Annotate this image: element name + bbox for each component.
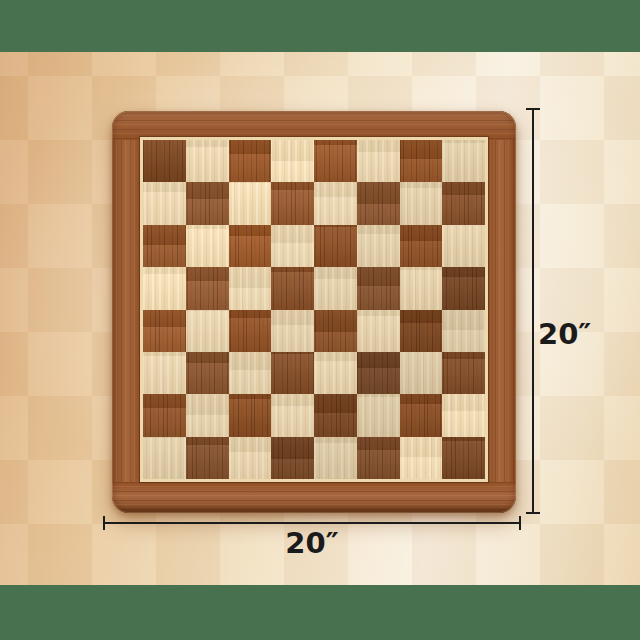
- square-r5c1: [143, 310, 186, 352]
- square-r5c4: [271, 310, 314, 352]
- square-r7c4: [271, 394, 314, 436]
- square-r8c2: [186, 437, 229, 479]
- board-frame-bottom: [112, 482, 516, 513]
- square-r7c3: [229, 394, 272, 436]
- board-fillet-border: [140, 137, 488, 482]
- square-r4c8: [442, 267, 485, 309]
- square-r7c5: [314, 394, 357, 436]
- square-r5c7: [400, 310, 443, 352]
- square-r1c2: [186, 140, 229, 182]
- square-r3c3: [229, 225, 272, 267]
- square-r6c2: [186, 352, 229, 394]
- square-r6c6: [357, 352, 400, 394]
- square-r6c1: [143, 352, 186, 394]
- square-r4c3: [229, 267, 272, 309]
- square-r5c8: [442, 310, 485, 352]
- board-frame-left: [112, 111, 143, 513]
- board-frame-top: [112, 111, 516, 140]
- square-r3c5: [314, 225, 357, 267]
- height-dimension-label: 20″: [538, 320, 591, 349]
- square-r6c4: [271, 352, 314, 394]
- square-r7c6: [357, 394, 400, 436]
- square-r2c4: [271, 182, 314, 224]
- board-frame-right: [486, 111, 516, 513]
- square-r5c6: [357, 310, 400, 352]
- square-r8c8: [442, 437, 485, 479]
- square-r2c1: [143, 182, 186, 224]
- square-r3c4: [271, 225, 314, 267]
- square-r4c4: [271, 267, 314, 309]
- square-r1c6: [357, 140, 400, 182]
- square-r1c3: [229, 140, 272, 182]
- square-r1c1: [143, 140, 186, 182]
- letterbox-top: [0, 0, 640, 52]
- square-r2c8: [442, 182, 485, 224]
- square-r2c2: [186, 182, 229, 224]
- square-r1c7: [400, 140, 443, 182]
- square-r6c5: [314, 352, 357, 394]
- square-r4c6: [357, 267, 400, 309]
- square-r8c3: [229, 437, 272, 479]
- letterbox-bottom: [0, 585, 640, 640]
- board-squares: [143, 140, 485, 479]
- square-r3c7: [400, 225, 443, 267]
- square-r5c2: [186, 310, 229, 352]
- square-r7c8: [442, 394, 485, 436]
- square-r7c2: [186, 394, 229, 436]
- width-dimension-label: 20″: [285, 529, 338, 558]
- square-r6c7: [400, 352, 443, 394]
- square-r7c7: [400, 394, 443, 436]
- square-r2c6: [357, 182, 400, 224]
- square-r2c7: [400, 182, 443, 224]
- square-r1c8: [442, 140, 485, 182]
- square-r2c5: [314, 182, 357, 224]
- width-dimension-line: [103, 522, 521, 524]
- chess-board: [112, 111, 516, 513]
- square-r8c5: [314, 437, 357, 479]
- product-image: 20″ 20″: [0, 0, 640, 640]
- square-r1c4: [271, 140, 314, 182]
- square-r5c5: [314, 310, 357, 352]
- square-r3c2: [186, 225, 229, 267]
- square-r7c1: [143, 394, 186, 436]
- square-r8c6: [357, 437, 400, 479]
- square-r4c5: [314, 267, 357, 309]
- square-r6c8: [442, 352, 485, 394]
- square-r1c5: [314, 140, 357, 182]
- square-r3c8: [442, 225, 485, 267]
- square-r8c4: [271, 437, 314, 479]
- square-r4c2: [186, 267, 229, 309]
- square-r8c1: [143, 437, 186, 479]
- square-r5c3: [229, 310, 272, 352]
- square-r6c3: [229, 352, 272, 394]
- square-r8c7: [400, 437, 443, 479]
- square-r3c6: [357, 225, 400, 267]
- square-r4c1: [143, 267, 186, 309]
- square-r3c1: [143, 225, 186, 267]
- square-r4c7: [400, 267, 443, 309]
- square-r2c3: [229, 182, 272, 224]
- height-dimension-line: [532, 108, 534, 514]
